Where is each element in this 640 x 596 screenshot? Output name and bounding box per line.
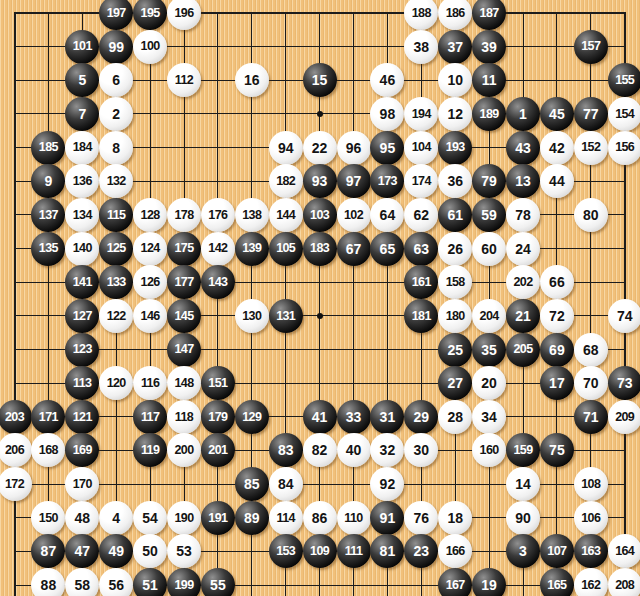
- stone-white-110[interactable]: 110: [337, 501, 371, 535]
- move-number: 36: [447, 174, 463, 188]
- stone-white-206[interactable]: 206: [0, 433, 32, 467]
- move-number: 168: [39, 444, 58, 457]
- stone-black-87[interactable]: 87: [31, 534, 65, 568]
- stone-white-114[interactable]: 114: [269, 501, 303, 535]
- move-number: 56: [108, 578, 124, 592]
- stone-black-171[interactable]: 171: [31, 400, 65, 434]
- stone-black-191[interactable]: 191: [201, 501, 235, 535]
- stone-white-53[interactable]: 53: [167, 534, 201, 568]
- stone-white-178[interactable]: 178: [167, 198, 201, 232]
- stone-white-162[interactable]: 162: [574, 568, 608, 596]
- stone-white-124[interactable]: 124: [133, 232, 167, 266]
- move-number: 51: [142, 578, 158, 592]
- stone-white-172[interactable]: 172: [0, 467, 32, 501]
- stone-white-146[interactable]: 146: [133, 299, 167, 333]
- stone-black-93[interactable]: 93: [303, 164, 337, 198]
- stone-white-42[interactable]: 42: [540, 131, 574, 165]
- stone-white-190[interactable]: 190: [167, 501, 201, 535]
- stone-black-181[interactable]: 181: [404, 299, 438, 333]
- stone-white-180[interactable]: 180: [438, 299, 472, 333]
- stone-white-92[interactable]: 92: [370, 467, 404, 501]
- stone-white-38[interactable]: 38: [404, 30, 438, 64]
- stone-black-25[interactable]: 25: [438, 333, 472, 367]
- stone-black-21[interactable]: 21: [506, 299, 540, 333]
- stone-black-151[interactable]: 151: [201, 366, 235, 400]
- stone-white-196[interactable]: 196: [167, 0, 201, 30]
- move-number: 15: [312, 73, 328, 87]
- stone-white-86[interactable]: 86: [303, 501, 337, 535]
- stone-white-82[interactable]: 82: [303, 433, 337, 467]
- stone-black-205[interactable]: 205: [506, 333, 540, 367]
- stone-black-189[interactable]: 189: [472, 97, 506, 131]
- move-number: 184: [73, 141, 92, 154]
- move-number: 80: [583, 208, 599, 222]
- stone-black-27[interactable]: 27: [438, 366, 472, 400]
- move-number: 95: [380, 141, 396, 155]
- stone-black-67[interactable]: 67: [337, 232, 371, 266]
- stone-black-147[interactable]: 147: [167, 333, 201, 367]
- move-number: 37: [447, 40, 463, 54]
- move-number: 17: [549, 376, 565, 390]
- stone-white-70[interactable]: 70: [574, 366, 608, 400]
- stone-white-50[interactable]: 50: [133, 534, 167, 568]
- move-number: 70: [583, 376, 599, 390]
- move-number: 158: [446, 276, 465, 289]
- stone-white-62[interactable]: 62: [404, 198, 438, 232]
- stone-white-108[interactable]: 108: [574, 467, 608, 501]
- stone-black-153[interactable]: 153: [269, 534, 303, 568]
- stone-black-73[interactable]: 73: [608, 366, 640, 400]
- stone-white-14[interactable]: 14: [506, 467, 540, 501]
- stone-black-131[interactable]: 131: [269, 299, 303, 333]
- move-number: 81: [380, 544, 396, 558]
- move-number: 53: [176, 544, 192, 558]
- stone-black-59[interactable]: 59: [472, 198, 506, 232]
- move-number: 87: [41, 544, 57, 558]
- stone-black-135[interactable]: 135: [31, 232, 65, 266]
- stone-black-85[interactable]: 85: [235, 467, 269, 501]
- stone-white-209[interactable]: 209: [608, 400, 640, 434]
- stone-black-145[interactable]: 145: [167, 299, 201, 333]
- stone-black-111[interactable]: 111: [337, 534, 371, 568]
- stone-black-143[interactable]: 143: [201, 265, 235, 299]
- move-number: 201: [208, 444, 227, 457]
- move-number: 186: [446, 7, 465, 20]
- stone-black-185[interactable]: 185: [31, 131, 65, 165]
- stone-white-16[interactable]: 16: [235, 63, 269, 97]
- stone-black-119[interactable]: 119: [133, 433, 167, 467]
- stone-black-81[interactable]: 81: [370, 534, 404, 568]
- move-number: 76: [414, 511, 430, 525]
- stone-black-31[interactable]: 31: [370, 400, 404, 434]
- stone-white-48[interactable]: 48: [65, 501, 99, 535]
- stone-black-203[interactable]: 203: [0, 400, 32, 434]
- move-number: 178: [174, 209, 193, 222]
- stone-white-118[interactable]: 118: [167, 400, 201, 434]
- move-number: 22: [312, 141, 328, 155]
- move-number: 160: [480, 444, 499, 457]
- stone-black-61[interactable]: 61: [438, 198, 472, 232]
- move-number: 165: [547, 579, 566, 592]
- stone-black-173[interactable]: 173: [370, 164, 404, 198]
- move-number: 162: [581, 579, 600, 592]
- stone-black-199[interactable]: 199: [167, 568, 201, 596]
- move-number: 209: [615, 411, 634, 424]
- go-board[interactable]: 1971951961881861871019910038373915756112…: [0, 0, 640, 596]
- stone-white-24[interactable]: 24: [506, 232, 540, 266]
- stone-black-51[interactable]: 51: [133, 568, 167, 596]
- stone-white-64[interactable]: 64: [370, 198, 404, 232]
- stone-white-148[interactable]: 148: [167, 366, 201, 400]
- star-point: [317, 111, 323, 117]
- stone-white-32[interactable]: 32: [370, 433, 404, 467]
- stone-black-115[interactable]: 115: [99, 198, 133, 232]
- stone-white-154[interactable]: 154: [608, 97, 640, 131]
- stone-white-80[interactable]: 80: [574, 198, 608, 232]
- stone-black-139[interactable]: 139: [235, 232, 269, 266]
- stone-white-176[interactable]: 176: [201, 198, 235, 232]
- move-number: 65: [380, 242, 396, 256]
- stone-white-66[interactable]: 66: [540, 265, 574, 299]
- stone-black-39[interactable]: 39: [472, 30, 506, 64]
- move-number: 97: [346, 174, 362, 188]
- stone-white-100[interactable]: 100: [133, 30, 167, 64]
- stone-white-132[interactable]: 132: [99, 164, 133, 198]
- move-number: 120: [107, 377, 126, 390]
- move-number: 6: [112, 73, 120, 87]
- move-number: 54: [142, 511, 158, 525]
- stone-white-40[interactable]: 40: [337, 433, 371, 467]
- move-number: 173: [378, 175, 397, 188]
- move-number: 147: [174, 343, 193, 356]
- move-number: 71: [583, 410, 599, 424]
- move-number: 1: [519, 107, 527, 121]
- stone-white-184[interactable]: 184: [65, 131, 99, 165]
- stone-white-88[interactable]: 88: [31, 568, 65, 596]
- move-number: 116: [141, 377, 159, 390]
- stone-black-105[interactable]: 105: [269, 232, 303, 266]
- stone-black-107[interactable]: 107: [540, 534, 574, 568]
- stone-white-74[interactable]: 74: [608, 299, 640, 333]
- move-number: 119: [141, 444, 159, 457]
- stone-black-117[interactable]: 117: [133, 400, 167, 434]
- move-number: 62: [414, 208, 430, 222]
- move-number: 58: [75, 578, 91, 592]
- stone-white-78[interactable]: 78: [506, 198, 540, 232]
- move-number: 72: [549, 309, 565, 323]
- stone-black-101[interactable]: 101: [65, 30, 99, 64]
- stone-white-156[interactable]: 156: [608, 131, 640, 165]
- stone-black-193[interactable]: 193: [438, 131, 472, 165]
- stone-white-58[interactable]: 58: [65, 568, 99, 596]
- stone-black-79[interactable]: 79: [472, 164, 506, 198]
- move-number: 140: [73, 242, 92, 255]
- stone-white-106[interactable]: 106: [574, 501, 608, 535]
- move-number: 124: [141, 242, 160, 255]
- stone-black-49[interactable]: 49: [99, 534, 133, 568]
- stone-white-46[interactable]: 46: [370, 63, 404, 97]
- stone-white-138[interactable]: 138: [235, 198, 269, 232]
- stone-black-15[interactable]: 15: [303, 63, 337, 97]
- stone-white-60[interactable]: 60: [472, 232, 506, 266]
- move-number: 34: [481, 410, 497, 424]
- stone-white-200[interactable]: 200: [167, 433, 201, 467]
- move-number: 94: [278, 141, 294, 155]
- stone-black-165[interactable]: 165: [540, 568, 574, 596]
- stone-black-89[interactable]: 89: [235, 501, 269, 535]
- stone-white-136[interactable]: 136: [65, 164, 99, 198]
- stone-white-202[interactable]: 202: [506, 265, 540, 299]
- stone-black-133[interactable]: 133: [99, 265, 133, 299]
- stone-white-44[interactable]: 44: [540, 164, 574, 198]
- stone-black-141[interactable]: 141: [65, 265, 99, 299]
- move-number: 151: [208, 377, 227, 390]
- move-number: 32: [380, 443, 396, 457]
- stone-black-169[interactable]: 169: [65, 433, 99, 467]
- stone-white-56[interactable]: 56: [99, 568, 133, 596]
- stone-black-159[interactable]: 159: [506, 433, 540, 467]
- stone-black-109[interactable]: 109: [303, 534, 337, 568]
- move-number: 163: [581, 545, 600, 558]
- stone-white-188[interactable]: 188: [404, 0, 438, 30]
- stone-black-125[interactable]: 125: [99, 232, 133, 266]
- move-number: 153: [276, 545, 295, 558]
- stone-black-37[interactable]: 37: [438, 30, 472, 64]
- move-number: 74: [617, 309, 633, 323]
- move-number: 26: [447, 242, 463, 256]
- stone-black-97[interactable]: 97: [337, 164, 371, 198]
- stone-white-194[interactable]: 194: [404, 97, 438, 131]
- move-number: 61: [447, 208, 463, 222]
- stone-black-197[interactable]: 197: [99, 0, 133, 30]
- move-number: 13: [515, 174, 531, 188]
- move-number: 171: [39, 411, 58, 424]
- stone-white-30[interactable]: 30: [404, 433, 438, 467]
- stone-white-102[interactable]: 102: [337, 198, 371, 232]
- move-number: 155: [615, 74, 634, 87]
- stone-white-22[interactable]: 22: [303, 131, 337, 165]
- stone-white-166[interactable]: 166: [438, 534, 472, 568]
- move-number: 12: [447, 107, 463, 121]
- stone-white-72[interactable]: 72: [540, 299, 574, 333]
- move-number: 107: [547, 545, 566, 558]
- stone-white-4[interactable]: 4: [99, 501, 133, 535]
- stone-black-13[interactable]: 13: [506, 164, 540, 198]
- stone-white-158[interactable]: 158: [438, 265, 472, 299]
- move-number: 16: [244, 73, 260, 87]
- stone-white-96[interactable]: 96: [337, 131, 371, 165]
- stone-white-140[interactable]: 140: [65, 232, 99, 266]
- stone-black-45[interactable]: 45: [540, 97, 574, 131]
- move-number: 125: [107, 242, 126, 255]
- move-number: 85: [244, 477, 260, 491]
- stone-white-76[interactable]: 76: [404, 501, 438, 535]
- move-number: 110: [344, 512, 362, 525]
- stone-black-167[interactable]: 167: [438, 568, 472, 596]
- stone-black-121[interactable]: 121: [65, 400, 99, 434]
- stone-white-142[interactable]: 142: [201, 232, 235, 266]
- stone-black-99[interactable]: 99: [99, 30, 133, 64]
- stone-black-123[interactable]: 123: [65, 333, 99, 367]
- stone-black-77[interactable]: 77: [574, 97, 608, 131]
- stone-white-128[interactable]: 128: [133, 198, 167, 232]
- stone-black-95[interactable]: 95: [370, 131, 404, 165]
- stone-black-157[interactable]: 157: [574, 30, 608, 64]
- stone-black-29[interactable]: 29: [404, 400, 438, 434]
- stone-white-34[interactable]: 34: [472, 400, 506, 434]
- move-number: 91: [380, 511, 396, 525]
- stone-white-130[interactable]: 130: [235, 299, 269, 333]
- move-number: 104: [412, 141, 431, 154]
- move-number: 195: [141, 7, 160, 20]
- stone-black-7[interactable]: 7: [65, 97, 99, 131]
- stone-black-155[interactable]: 155: [608, 63, 640, 97]
- stone-black-19[interactable]: 19: [472, 568, 506, 596]
- stone-white-2[interactable]: 2: [99, 97, 133, 131]
- move-number: 176: [208, 209, 227, 222]
- stone-white-120[interactable]: 120: [99, 366, 133, 400]
- stone-white-122[interactable]: 122: [99, 299, 133, 333]
- stone-black-35[interactable]: 35: [472, 333, 506, 367]
- stone-white-28[interactable]: 28: [438, 400, 472, 434]
- stone-black-195[interactable]: 195: [133, 0, 167, 30]
- stone-white-112[interactable]: 112: [167, 63, 201, 97]
- stone-black-75[interactable]: 75: [540, 433, 574, 467]
- stone-white-186[interactable]: 186: [438, 0, 472, 30]
- stone-black-91[interactable]: 91: [370, 501, 404, 535]
- move-number: 170: [73, 478, 92, 491]
- stone-white-134[interactable]: 134: [65, 198, 99, 232]
- move-number: 105: [276, 242, 295, 255]
- stone-white-12[interactable]: 12: [438, 97, 472, 131]
- stone-white-36[interactable]: 36: [438, 164, 472, 198]
- move-number: 205: [513, 343, 532, 356]
- stone-white-26[interactable]: 26: [438, 232, 472, 266]
- stone-black-1[interactable]: 1: [506, 97, 540, 131]
- stone-white-204[interactable]: 204: [472, 299, 506, 333]
- stone-black-23[interactable]: 23: [404, 534, 438, 568]
- stone-black-3[interactable]: 3: [506, 534, 540, 568]
- move-number: 117: [141, 411, 159, 424]
- stone-white-170[interactable]: 170: [65, 467, 99, 501]
- move-number: 7: [78, 107, 86, 121]
- move-number: 189: [480, 108, 499, 121]
- stone-white-126[interactable]: 126: [133, 265, 167, 299]
- stone-black-47[interactable]: 47: [65, 534, 99, 568]
- stone-black-129[interactable]: 129: [235, 400, 269, 434]
- move-number: 183: [310, 242, 329, 255]
- move-number: 79: [481, 174, 497, 188]
- stone-white-208[interactable]: 208: [608, 568, 640, 596]
- move-number: 55: [210, 578, 226, 592]
- stone-black-55[interactable]: 55: [201, 568, 235, 596]
- move-number: 122: [107, 310, 126, 323]
- move-number: 28: [447, 410, 463, 424]
- move-number: 200: [174, 444, 193, 457]
- stone-white-182[interactable]: 182: [269, 164, 303, 198]
- stone-white-54[interactable]: 54: [133, 501, 167, 535]
- stone-black-83[interactable]: 83: [269, 433, 303, 467]
- stone-black-33[interactable]: 33: [337, 400, 371, 434]
- stone-white-90[interactable]: 90: [506, 501, 540, 535]
- stone-white-150[interactable]: 150: [31, 501, 65, 535]
- move-number: 167: [446, 579, 465, 592]
- move-number: 3: [519, 544, 527, 558]
- stone-black-127[interactable]: 127: [65, 299, 99, 333]
- stone-black-11[interactable]: 11: [472, 63, 506, 97]
- move-number: 100: [141, 40, 160, 53]
- stone-black-69[interactable]: 69: [540, 333, 574, 367]
- stone-white-168[interactable]: 168: [31, 433, 65, 467]
- move-number: 49: [108, 544, 124, 558]
- move-number: 131: [276, 310, 295, 323]
- stone-black-63[interactable]: 63: [404, 232, 438, 266]
- stone-white-68[interactable]: 68: [574, 333, 608, 367]
- move-number: 47: [75, 544, 91, 558]
- stone-white-104[interactable]: 104: [404, 131, 438, 165]
- stone-white-152[interactable]: 152: [574, 131, 608, 165]
- stone-white-94[interactable]: 94: [269, 131, 303, 165]
- stone-white-164[interactable]: 164: [608, 534, 640, 568]
- stone-black-43[interactable]: 43: [506, 131, 540, 165]
- stone-white-20[interactable]: 20: [472, 366, 506, 400]
- move-number: 63: [414, 242, 430, 256]
- move-number: 60: [481, 242, 497, 256]
- move-number: 24: [515, 242, 531, 256]
- stone-white-98[interactable]: 98: [370, 97, 404, 131]
- stone-black-163[interactable]: 163: [574, 534, 608, 568]
- move-number: 174: [412, 175, 431, 188]
- stone-white-174[interactable]: 174: [404, 164, 438, 198]
- stone-black-183[interactable]: 183: [303, 232, 337, 266]
- stone-black-65[interactable]: 65: [370, 232, 404, 266]
- stone-black-175[interactable]: 175: [167, 232, 201, 266]
- stone-black-201[interactable]: 201: [201, 433, 235, 467]
- stone-white-116[interactable]: 116: [133, 366, 167, 400]
- move-number: 194: [412, 108, 431, 121]
- stone-black-179[interactable]: 179: [201, 400, 235, 434]
- move-number: 152: [581, 141, 600, 154]
- move-number: 182: [276, 175, 295, 188]
- stone-black-161[interactable]: 161: [404, 265, 438, 299]
- stone-white-160[interactable]: 160: [472, 433, 506, 467]
- stone-black-113[interactable]: 113: [65, 366, 99, 400]
- move-number: 89: [244, 511, 260, 525]
- stone-black-103[interactable]: 103: [303, 198, 337, 232]
- stone-black-41[interactable]: 41: [303, 400, 337, 434]
- stone-white-144[interactable]: 144: [269, 198, 303, 232]
- stone-black-187[interactable]: 187: [472, 0, 506, 30]
- stone-black-177[interactable]: 177: [167, 265, 201, 299]
- move-number: 113: [73, 377, 91, 390]
- stone-black-71[interactable]: 71: [574, 400, 608, 434]
- move-number: 123: [73, 343, 92, 356]
- stone-white-6[interactable]: 6: [99, 63, 133, 97]
- stone-white-10[interactable]: 10: [438, 63, 472, 97]
- stone-black-5[interactable]: 5: [65, 63, 99, 97]
- move-number: 154: [615, 108, 634, 121]
- move-number: 136: [73, 175, 92, 188]
- move-number: 206: [5, 444, 24, 457]
- stone-black-137[interactable]: 137: [31, 198, 65, 232]
- move-number: 20: [481, 376, 497, 390]
- stone-black-17[interactable]: 17: [540, 366, 574, 400]
- stone-white-18[interactable]: 18: [438, 501, 472, 535]
- stone-white-84[interactable]: 84: [269, 467, 303, 501]
- stone-black-9[interactable]: 9: [31, 164, 65, 198]
- move-number: 129: [242, 411, 261, 424]
- stone-white-8[interactable]: 8: [99, 131, 133, 165]
